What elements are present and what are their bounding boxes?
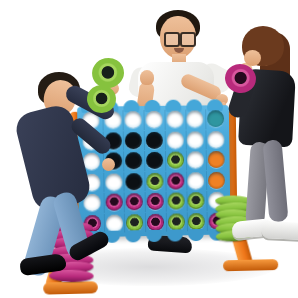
magenta-disc	[147, 193, 164, 210]
empty-slot	[187, 151, 204, 168]
empty-slot	[145, 111, 162, 128]
green-disc	[146, 173, 163, 190]
left-player-hand	[102, 158, 115, 171]
empty-slot	[208, 151, 225, 168]
magenta-disc	[147, 213, 164, 230]
empty-slot	[125, 132, 142, 149]
cell-r3c4	[144, 151, 164, 171]
cell-r2c5	[165, 130, 185, 150]
empty-slot	[187, 131, 204, 148]
empty-slot	[208, 131, 225, 148]
scene	[0, 0, 298, 298]
cell-r2c4	[144, 130, 164, 150]
frame-left-foot	[43, 281, 98, 294]
cell-r6c3	[124, 213, 144, 233]
empty-slot	[125, 152, 142, 169]
cell-r6c6	[186, 211, 206, 231]
empty-slot	[126, 173, 143, 190]
frame-right-foot	[223, 259, 278, 271]
cell-r5c5	[165, 191, 185, 211]
empty-slot	[207, 110, 224, 127]
cell-r2c7	[206, 130, 226, 150]
cell-r2c6	[185, 130, 205, 150]
cell-r6c4	[145, 212, 165, 232]
empty-slot	[146, 132, 163, 149]
cell-r4c6	[186, 171, 206, 191]
cell-r5c3	[124, 192, 144, 212]
magenta-disc	[126, 193, 143, 210]
empty-slot	[166, 131, 183, 148]
empty-slot	[208, 172, 225, 189]
empty-slot	[146, 152, 163, 169]
empty-slot	[166, 111, 183, 128]
cell-r1c5	[164, 110, 184, 130]
green-disc	[188, 213, 205, 230]
empty-slot	[188, 172, 205, 189]
cell-r6c5	[166, 212, 186, 232]
player-right	[224, 26, 298, 246]
cell-r4c5	[165, 171, 185, 191]
cell-r1c4	[144, 110, 164, 130]
green-disc	[168, 213, 185, 230]
magenta-disc	[167, 172, 184, 189]
cell-r5c6	[186, 191, 206, 211]
empty-slot	[187, 111, 204, 128]
right-player-leggings	[262, 139, 288, 222]
green-disc	[126, 214, 143, 231]
green-disc	[167, 193, 184, 210]
cell-r5c4	[145, 192, 165, 212]
cell-r1c6	[185, 109, 205, 129]
empty-slot	[125, 111, 142, 128]
green-disc	[167, 152, 184, 169]
cell-r3c5	[165, 150, 185, 170]
right-player-sneaker	[262, 221, 298, 240]
hand-over-mouth	[244, 50, 261, 66]
cell-r4c4	[144, 171, 164, 191]
green-disc	[188, 192, 205, 209]
cell-r3c7	[206, 150, 226, 170]
cell-r3c6	[185, 150, 205, 170]
cell-r1c7	[205, 109, 225, 129]
